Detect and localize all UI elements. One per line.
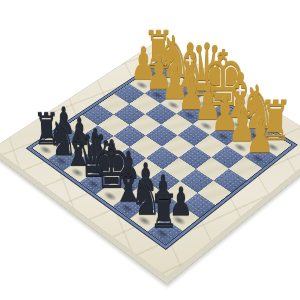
white-pawn-icon: ♟ bbox=[259, 114, 289, 157]
chess-set-photo: ♜♞♝♛♚♝♞♜♟♟♟♟♟♟♟♟♟♟♟♟♟♟♟♟♜♞♝♛♚♝♞♜ bbox=[0, 0, 300, 300]
square-f3 bbox=[194, 135, 226, 157]
square-h2: ♟ bbox=[244, 145, 277, 168]
piece-black-rook: ♜ bbox=[148, 218, 183, 244]
board-grid: ♜♞♝♛♚♝♞♜♟♟♟♟♟♟♟♟♟♟♟♟♟♟♟♟♜♞♝♛♚♝♞♜ bbox=[31, 63, 293, 246]
board-frame: ♜♞♝♛♚♝♞♜♟♟♟♟♟♟♟♟♟♟♟♟♟♟♟♟♜♞♝♛♚♝♞♜ bbox=[0, 41, 300, 278]
chess-board: ♜♞♝♛♚♝♞♜♟♟♟♟♟♟♟♟♟♟♟♟♟♟♟♟♜♞♝♛♚♝♞♜ bbox=[0, 41, 300, 278]
square-h8: ♜ bbox=[148, 218, 183, 244]
piece-white-pawn: ♟ bbox=[244, 145, 277, 168]
black-rook-icon: ♜ bbox=[164, 190, 193, 232]
